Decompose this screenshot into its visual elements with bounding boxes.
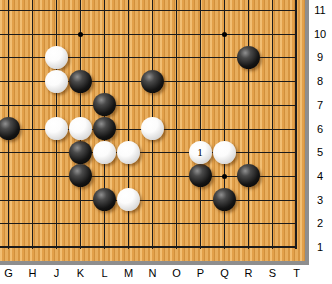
stone-black-R9[interactable]	[237, 46, 260, 69]
coord-label-row-5: 5	[309, 146, 331, 158]
coord-label-row-8: 8	[309, 75, 331, 87]
star-point-K10	[78, 32, 83, 37]
go-app-window: 1 GHJKLMNOPQRST1110987654321	[0, 0, 332, 284]
stone-white-M3[interactable]	[117, 188, 140, 211]
go-board[interactable]: 1	[0, 0, 309, 265]
coord-label-row-2: 2	[309, 217, 331, 229]
grid-line-row-5	[0, 152, 297, 153]
stone-black-K8[interactable]	[69, 70, 92, 93]
stone-black-Q3[interactable]	[213, 188, 236, 211]
star-point-Q4	[222, 174, 227, 179]
coord-label-col-Q: Q	[216, 267, 233, 279]
stone-white-L5[interactable]	[93, 141, 116, 164]
coord-label-col-L: L	[96, 267, 113, 279]
stone-black-N8[interactable]	[141, 70, 164, 93]
stone-black-L6[interactable]	[93, 117, 116, 140]
coord-label-col-J: J	[48, 267, 65, 279]
coord-label-col-S: S	[264, 267, 281, 279]
stone-black-K4[interactable]	[69, 164, 92, 187]
coord-label-col-R: R	[240, 267, 257, 279]
stone-white-Q5[interactable]	[213, 141, 236, 164]
stone-black-L3[interactable]	[93, 188, 116, 211]
grid-line-row-7	[0, 105, 297, 106]
grid-line-col-P	[200, 0, 201, 249]
move-number-label: 1	[197, 147, 203, 158]
coord-label-row-4: 4	[309, 170, 331, 182]
coord-label-col-G: G	[0, 267, 17, 279]
stone-white-N6[interactable]	[141, 117, 164, 140]
grid-line-row-2	[0, 223, 297, 224]
coord-label-row-9: 9	[309, 51, 331, 63]
stone-white-J9[interactable]	[45, 46, 68, 69]
grid-line-row-11	[0, 10, 297, 11]
grid-line-col-M	[128, 0, 129, 249]
grid-line-row-3	[0, 200, 297, 201]
grid-line-col-H	[32, 0, 33, 249]
grid-line-row-1	[0, 246, 297, 248]
stone-white-J8[interactable]	[45, 70, 68, 93]
coord-label-row-10: 10	[309, 28, 331, 40]
stone-black-R4[interactable]	[237, 164, 260, 187]
grid-line-row-10	[0, 34, 297, 35]
coord-label-row-11: 11	[309, 4, 331, 16]
grid-line-col-O	[176, 0, 177, 249]
coord-label-row-7: 7	[309, 99, 331, 111]
stone-black-P4[interactable]	[189, 164, 212, 187]
coord-label-col-T: T	[288, 267, 305, 279]
coord-label-row-1: 1	[309, 241, 331, 253]
stone-white-J6[interactable]	[45, 117, 68, 140]
stone-black-K5[interactable]	[69, 141, 92, 164]
coord-label-row-3: 3	[309, 194, 331, 206]
grid-line-col-S	[272, 0, 273, 249]
coord-label-col-H: H	[24, 267, 41, 279]
coord-label-row-6: 6	[309, 123, 331, 135]
grid-line-col-T	[295, 0, 297, 249]
coord-label-col-M: M	[120, 267, 137, 279]
stone-black-G6[interactable]	[0, 117, 20, 140]
star-point-Q10	[222, 32, 227, 37]
coord-label-col-N: N	[144, 267, 161, 279]
stone-white-M5[interactable]	[117, 141, 140, 164]
coord-label-col-O: O	[168, 267, 185, 279]
stone-white-P5[interactable]: 1	[189, 141, 212, 164]
grid-line-col-R	[248, 0, 249, 249]
coord-label-col-P: P	[192, 267, 209, 279]
stone-black-L7[interactable]	[93, 93, 116, 116]
grid-line-col-Q	[224, 0, 225, 249]
stone-white-K6[interactable]	[69, 117, 92, 140]
coord-label-col-K: K	[72, 267, 89, 279]
